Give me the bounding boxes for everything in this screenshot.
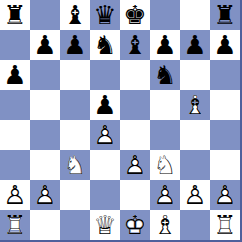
piece-fill: ♟	[150, 30, 180, 60]
square-h2[interactable]: ♟♙	[210, 180, 240, 210]
black-knight-icon[interactable]: ♞	[150, 60, 180, 90]
white-king-icon[interactable]: ♚♔	[120, 210, 150, 240]
white-pawn-icon[interactable]: ♟♙	[90, 120, 120, 150]
square-c1[interactable]	[60, 210, 90, 240]
square-c5[interactable]	[60, 90, 90, 120]
square-f7[interactable]: ♟	[150, 30, 180, 60]
black-queen-icon[interactable]: ♛	[90, 0, 120, 30]
square-a7[interactable]	[0, 30, 30, 60]
white-pawn-icon[interactable]: ♟♙	[150, 180, 180, 210]
square-h4[interactable]	[210, 120, 240, 150]
square-b6[interactable]	[30, 60, 60, 90]
white-pawn-icon[interactable]: ♟♙	[0, 180, 30, 210]
square-a6[interactable]: ♟	[0, 60, 30, 90]
square-a4[interactable]	[0, 120, 30, 150]
piece-fill: ♜	[0, 0, 30, 30]
piece-outline: ♗	[180, 90, 210, 120]
black-bishop-icon[interactable]: ♝	[60, 0, 90, 30]
square-c2[interactable]	[60, 180, 90, 210]
square-b5[interactable]	[30, 90, 60, 120]
black-rook-icon[interactable]: ♜	[0, 0, 30, 30]
piece-outline: ♙	[30, 180, 60, 210]
square-d1[interactable]: ♛♕	[90, 210, 120, 240]
white-pawn-icon[interactable]: ♟♙	[30, 180, 60, 210]
white-queen-icon[interactable]: ♛♕	[90, 210, 120, 240]
piece-outline: ♙	[120, 150, 150, 180]
piece-outline: ♘	[60, 150, 90, 180]
chess-board: ♜♝♛♚♜♟♟♞♝♟♟♟♟♞♟♝♗♟♙♞♘♟♙♞♘♟♙♟♙♟♙♟♙♟♙♜♖♛♕♚…	[0, 0, 242, 242]
piece-fill: ♟	[30, 30, 60, 60]
square-g7[interactable]: ♟	[180, 30, 210, 60]
piece-fill: ♟	[60, 30, 90, 60]
square-c4[interactable]	[60, 120, 90, 150]
square-g4[interactable]	[180, 120, 210, 150]
square-a1[interactable]: ♜♖	[0, 210, 30, 240]
piece-outline: ♙	[180, 180, 210, 210]
square-b7[interactable]: ♟	[30, 30, 60, 60]
square-h8[interactable]: ♜	[210, 0, 240, 30]
square-d6[interactable]	[90, 60, 120, 90]
piece-fill: ♟	[90, 90, 120, 120]
square-c6[interactable]	[60, 60, 90, 90]
white-bishop-icon[interactable]: ♝♗	[180, 90, 210, 120]
black-pawn-icon[interactable]: ♟	[60, 30, 90, 60]
black-knight-icon[interactable]: ♞	[90, 30, 120, 60]
white-knight-icon[interactable]: ♞♘	[60, 150, 90, 180]
black-pawn-icon[interactable]: ♟	[210, 30, 240, 60]
piece-fill: ♞	[150, 60, 180, 90]
square-e2[interactable]	[120, 180, 150, 210]
square-h3[interactable]	[210, 150, 240, 180]
square-d3[interactable]	[90, 150, 120, 180]
black-pawn-icon[interactable]: ♟	[0, 60, 30, 90]
white-pawn-icon[interactable]: ♟♙	[180, 180, 210, 210]
black-pawn-icon[interactable]: ♟	[30, 30, 60, 60]
square-b1[interactable]	[30, 210, 60, 240]
square-d4[interactable]: ♟♙	[90, 120, 120, 150]
piece-outline: ♙	[0, 180, 30, 210]
white-rook-icon[interactable]: ♜♖	[210, 210, 240, 240]
piece-outline: ♕	[90, 210, 120, 240]
square-a8[interactable]: ♜	[0, 0, 30, 30]
square-f3[interactable]: ♞♘	[150, 150, 180, 180]
square-h6[interactable]	[210, 60, 240, 90]
square-h5[interactable]	[210, 90, 240, 120]
square-c7[interactable]: ♟	[60, 30, 90, 60]
square-g8[interactable]	[180, 0, 210, 30]
piece-outline: ♔	[120, 210, 150, 240]
square-c3[interactable]: ♞♘	[60, 150, 90, 180]
square-h7[interactable]: ♟	[210, 30, 240, 60]
square-e8[interactable]: ♚	[120, 0, 150, 30]
square-h1[interactable]: ♜♖	[210, 210, 240, 240]
square-a2[interactable]: ♟♙	[0, 180, 30, 210]
black-rook-icon[interactable]: ♜	[210, 0, 240, 30]
square-e1[interactable]: ♚♔	[120, 210, 150, 240]
piece-outline: ♖	[210, 210, 240, 240]
black-bishop-icon[interactable]: ♝	[120, 30, 150, 60]
piece-fill: ♚	[120, 0, 150, 30]
white-rook-icon[interactable]: ♜♖	[0, 210, 30, 240]
piece-fill: ♜	[210, 0, 240, 30]
square-a5[interactable]	[0, 90, 30, 120]
square-f8[interactable]	[150, 0, 180, 30]
piece-fill: ♝	[60, 0, 90, 30]
piece-outline: ♙	[210, 180, 240, 210]
white-pawn-icon[interactable]: ♟♙	[210, 180, 240, 210]
white-bishop-icon[interactable]: ♝♗	[150, 210, 180, 240]
square-e7[interactable]: ♝	[120, 30, 150, 60]
piece-fill: ♞	[90, 30, 120, 60]
piece-fill: ♛	[90, 0, 120, 30]
piece-outline: ♘	[150, 150, 180, 180]
white-knight-icon[interactable]: ♞♘	[150, 150, 180, 180]
black-pawn-icon[interactable]: ♟	[150, 30, 180, 60]
square-b8[interactable]	[30, 0, 60, 30]
square-g2[interactable]: ♟♙	[180, 180, 210, 210]
piece-fill: ♝	[120, 30, 150, 60]
square-f6[interactable]: ♞	[150, 60, 180, 90]
square-d8[interactable]: ♛	[90, 0, 120, 30]
square-e5[interactable]	[120, 90, 150, 120]
square-b4[interactable]	[30, 120, 60, 150]
square-g6[interactable]	[180, 60, 210, 90]
square-f4[interactable]	[150, 120, 180, 150]
square-b2[interactable]: ♟♙	[30, 180, 60, 210]
piece-fill: ♟	[0, 60, 30, 90]
square-a3[interactable]	[0, 150, 30, 180]
square-e4[interactable]	[120, 120, 150, 150]
square-f2[interactable]: ♟♙	[150, 180, 180, 210]
piece-fill: ♟	[210, 30, 240, 60]
square-e3[interactable]: ♟♙	[120, 150, 150, 180]
square-f5[interactable]	[150, 90, 180, 120]
square-d7[interactable]: ♞	[90, 30, 120, 60]
black-king-icon[interactable]: ♚	[120, 0, 150, 30]
square-f1[interactable]: ♝♗	[150, 210, 180, 240]
piece-outline: ♖	[0, 210, 30, 240]
square-g1[interactable]	[180, 210, 210, 240]
square-d2[interactable]	[90, 180, 120, 210]
black-pawn-icon[interactable]: ♟	[180, 30, 210, 60]
square-e6[interactable]	[120, 60, 150, 90]
square-b3[interactable]	[30, 150, 60, 180]
square-g5[interactable]: ♝♗	[180, 90, 210, 120]
piece-fill: ♟	[180, 30, 210, 60]
square-g3[interactable]	[180, 150, 210, 180]
white-pawn-icon[interactable]: ♟♙	[120, 150, 150, 180]
black-pawn-icon[interactable]: ♟	[90, 90, 120, 120]
square-c8[interactable]: ♝	[60, 0, 90, 30]
square-d5[interactable]: ♟	[90, 90, 120, 120]
piece-outline: ♗	[150, 210, 180, 240]
piece-outline: ♙	[90, 120, 120, 150]
piece-outline: ♙	[150, 180, 180, 210]
